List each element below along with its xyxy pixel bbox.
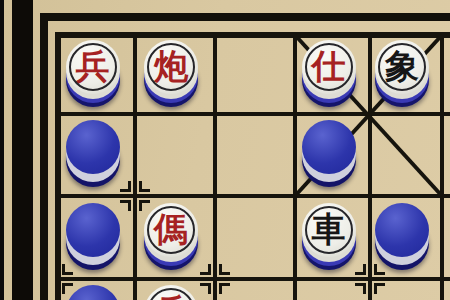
hidden-piece-back bbox=[66, 120, 120, 174]
rank-line bbox=[55, 32, 450, 38]
piece-hidden-2[interactable] bbox=[302, 120, 356, 187]
hidden-piece-back bbox=[66, 203, 120, 257]
point-marker-bracket bbox=[120, 181, 131, 192]
piece-black-chariot[interactable]: 車 bbox=[302, 203, 356, 270]
point-marker-bracket bbox=[200, 283, 211, 294]
point-marker-bracket bbox=[200, 264, 211, 275]
board-inner-frame-left bbox=[40, 13, 48, 300]
piece-character: 象 bbox=[385, 40, 419, 94]
point-marker-bracket bbox=[219, 264, 230, 275]
piece-face: 炮 bbox=[144, 40, 198, 94]
rank-line bbox=[55, 194, 450, 198]
board-outer-frame bbox=[12, 0, 33, 300]
file-line bbox=[440, 32, 444, 300]
piece-character: 炮 bbox=[154, 40, 188, 94]
piece-character: 兵 bbox=[154, 285, 188, 300]
piece-red-cannon[interactable]: 炮 bbox=[144, 40, 198, 107]
point-marker-bracket bbox=[355, 283, 366, 294]
piece-red-advisor[interactable]: 仕 bbox=[302, 40, 356, 107]
piece-red-horse[interactable]: 傌 bbox=[144, 203, 198, 270]
file-line bbox=[133, 32, 137, 300]
file-line bbox=[55, 32, 61, 300]
piece-hidden-1[interactable] bbox=[66, 120, 120, 187]
point-marker-bracket bbox=[355, 264, 366, 275]
piece-face: 仕 bbox=[302, 40, 356, 94]
point-marker-bracket bbox=[374, 283, 385, 294]
banqi-board[interactable]: 兵炮仕象傌車兵 bbox=[0, 0, 450, 300]
hidden-piece-back bbox=[375, 203, 429, 257]
file-line bbox=[368, 32, 372, 300]
piece-face: 傌 bbox=[144, 203, 198, 257]
piece-hidden-5-partial[interactable] bbox=[66, 285, 120, 300]
point-marker-bracket bbox=[139, 181, 150, 192]
rank-line bbox=[55, 277, 450, 281]
hidden-piece-back bbox=[302, 120, 356, 174]
piece-face: 兵 bbox=[66, 40, 120, 94]
piece-face: 車 bbox=[302, 203, 356, 257]
board-inner-frame-top bbox=[40, 13, 450, 21]
piece-character: 仕 bbox=[312, 40, 346, 94]
piece-character: 車 bbox=[312, 203, 346, 257]
piece-hidden-4[interactable] bbox=[375, 203, 429, 270]
piece-black-elephant[interactable]: 象 bbox=[375, 40, 429, 107]
point-marker-bracket bbox=[219, 283, 230, 294]
hidden-piece-back bbox=[66, 285, 120, 300]
piece-hidden-3[interactable] bbox=[66, 203, 120, 270]
piece-red-unknown-partial[interactable]: 兵 bbox=[144, 285, 198, 300]
piece-face: 兵 bbox=[144, 285, 198, 300]
rank-line bbox=[55, 112, 450, 116]
piece-face: 象 bbox=[375, 40, 429, 94]
point-marker-bracket bbox=[120, 200, 131, 211]
piece-character: 兵 bbox=[76, 40, 110, 94]
piece-red-soldier[interactable]: 兵 bbox=[66, 40, 120, 107]
file-line bbox=[293, 32, 297, 300]
piece-character: 傌 bbox=[154, 203, 188, 257]
screen-edge bbox=[0, 0, 4, 300]
file-line bbox=[213, 32, 217, 300]
